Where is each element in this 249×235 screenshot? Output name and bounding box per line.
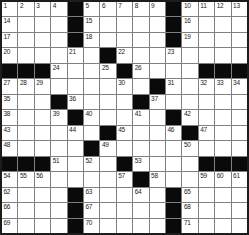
white-cell[interactable]: 41 xyxy=(133,110,148,124)
clue-number: 53 xyxy=(135,157,142,164)
white-cell[interactable] xyxy=(18,95,33,109)
white-cell[interactable] xyxy=(84,79,99,93)
white-cell[interactable] xyxy=(133,141,148,155)
white-cell[interactable] xyxy=(182,64,197,78)
white-cell[interactable] xyxy=(35,95,50,109)
clue-number: 50 xyxy=(184,141,191,148)
white-cell[interactable] xyxy=(133,17,148,31)
white-cell[interactable] xyxy=(166,64,181,78)
white-cell[interactable]: 20 xyxy=(2,48,17,62)
clue-number: 17 xyxy=(4,33,11,40)
black-cell xyxy=(232,64,247,78)
white-cell[interactable]: 67 xyxy=(84,203,99,217)
black-cell xyxy=(35,64,50,78)
black-cell xyxy=(166,110,181,124)
white-cell[interactable]: 71 xyxy=(182,219,197,233)
black-cell xyxy=(2,157,17,171)
clue-number: 45 xyxy=(118,126,125,133)
white-cell[interactable] xyxy=(84,126,99,140)
white-cell[interactable]: 16 xyxy=(182,17,197,31)
clue-number: 63 xyxy=(85,188,92,195)
white-cell[interactable]: 38 xyxy=(2,110,17,124)
white-cell[interactable] xyxy=(232,203,247,217)
white-cell[interactable] xyxy=(232,95,247,109)
white-cell[interactable]: 58 xyxy=(150,172,165,186)
white-cell[interactable] xyxy=(51,17,66,31)
clue-number: 14 xyxy=(4,17,11,24)
white-cell[interactable] xyxy=(166,172,181,186)
white-cell[interactable]: 63 xyxy=(84,188,99,202)
white-cell[interactable] xyxy=(100,95,115,109)
white-cell[interactable]: 25 xyxy=(100,64,115,78)
white-cell[interactable] xyxy=(18,126,33,140)
black-cell xyxy=(215,157,230,171)
white-cell[interactable] xyxy=(199,188,214,202)
white-cell[interactable]: 52 xyxy=(84,157,99,171)
clue-number: 30 xyxy=(118,79,125,86)
clue-number: 19 xyxy=(184,33,191,40)
white-cell[interactable] xyxy=(100,219,115,233)
clue-number: 48 xyxy=(4,141,11,148)
white-cell[interactable] xyxy=(100,110,115,124)
white-cell[interactable]: 10 xyxy=(182,2,197,16)
clue-number: 47 xyxy=(200,126,207,133)
white-cell[interactable] xyxy=(84,95,99,109)
white-cell[interactable]: 49 xyxy=(100,141,115,155)
white-cell[interactable] xyxy=(232,48,247,62)
white-cell[interactable] xyxy=(166,157,181,171)
black-cell xyxy=(166,188,181,202)
clue-number: 28 xyxy=(20,79,27,86)
clue-number: 43 xyxy=(4,126,11,133)
clue-number: 34 xyxy=(233,79,240,86)
white-cell[interactable]: 1 xyxy=(2,2,17,16)
white-cell[interactable] xyxy=(51,79,66,93)
white-cell[interactable] xyxy=(133,48,148,62)
white-cell[interactable] xyxy=(117,188,132,202)
white-cell[interactable] xyxy=(117,141,132,155)
black-cell xyxy=(68,219,83,233)
white-cell[interactable]: 6 xyxy=(100,2,115,16)
black-cell xyxy=(2,64,17,78)
white-cell[interactable]: 62 xyxy=(2,188,17,202)
clue-number: 1 xyxy=(4,2,7,9)
clue-number: 15 xyxy=(85,17,92,24)
white-cell[interactable] xyxy=(182,95,197,109)
white-cell[interactable]: 33 xyxy=(215,79,230,93)
white-cell[interactable]: 43 xyxy=(2,126,17,140)
white-cell[interactable]: 64 xyxy=(133,188,148,202)
white-cell[interactable] xyxy=(100,17,115,31)
black-cell xyxy=(199,64,214,78)
white-cell[interactable]: 8 xyxy=(133,2,148,16)
white-cell[interactable] xyxy=(215,126,230,140)
white-cell[interactable]: 28 xyxy=(18,79,33,93)
white-cell[interactable] xyxy=(100,79,115,93)
white-cell[interactable]: 35 xyxy=(2,95,17,109)
clue-number: 44 xyxy=(69,126,76,133)
white-cell[interactable]: 59 xyxy=(199,172,214,186)
white-cell[interactable] xyxy=(35,126,50,140)
clue-number: 49 xyxy=(102,141,109,148)
white-cell[interactable] xyxy=(232,126,247,140)
white-cell[interactable] xyxy=(232,110,247,124)
clue-number: 27 xyxy=(4,79,11,86)
white-cell[interactable] xyxy=(232,219,247,233)
clue-number: 41 xyxy=(135,110,142,117)
white-cell[interactable] xyxy=(84,172,99,186)
clue-number: 4 xyxy=(53,2,56,9)
clue-number: 10 xyxy=(184,2,191,9)
clue-number: 60 xyxy=(217,172,224,179)
white-cell[interactable]: 68 xyxy=(182,203,197,217)
clue-number: 33 xyxy=(217,79,224,86)
clue-number: 46 xyxy=(167,126,174,133)
white-cell[interactable] xyxy=(215,188,230,202)
black-cell xyxy=(133,95,148,109)
white-cell[interactable] xyxy=(68,141,83,155)
white-cell[interactable] xyxy=(117,33,132,47)
white-cell[interactable]: 42 xyxy=(182,110,197,124)
black-cell xyxy=(100,126,115,140)
black-cell xyxy=(166,33,181,47)
white-cell[interactable] xyxy=(150,110,165,124)
white-cell[interactable]: 9 xyxy=(150,2,165,16)
white-cell[interactable] xyxy=(215,33,230,47)
clue-number: 26 xyxy=(135,64,142,71)
white-cell[interactable] xyxy=(51,141,66,155)
white-cell[interactable]: 31 xyxy=(166,79,181,93)
white-cell[interactable]: 34 xyxy=(232,79,247,93)
white-cell[interactable]: 21 xyxy=(68,48,83,62)
white-cell[interactable]: 36 xyxy=(68,95,83,109)
white-cell[interactable] xyxy=(166,141,181,155)
white-cell[interactable] xyxy=(18,219,33,233)
white-cell[interactable]: 32 xyxy=(199,79,214,93)
clue-number: 71 xyxy=(184,219,191,226)
white-cell[interactable]: 53 xyxy=(133,157,148,171)
white-cell[interactable] xyxy=(100,33,115,47)
black-cell xyxy=(18,64,33,78)
white-cell[interactable] xyxy=(51,172,66,186)
white-cell[interactable] xyxy=(150,17,165,31)
white-cell[interactable]: 12 xyxy=(215,2,230,16)
white-cell[interactable] xyxy=(100,172,115,186)
white-cell[interactable] xyxy=(35,188,50,202)
clue-number: 35 xyxy=(4,95,11,102)
black-cell xyxy=(166,17,181,31)
clue-number: 20 xyxy=(4,48,11,55)
black-cell xyxy=(68,203,83,217)
white-cell[interactable]: 22 xyxy=(117,48,132,62)
white-cell[interactable] xyxy=(18,48,33,62)
black-cell xyxy=(150,79,165,93)
white-cell[interactable] xyxy=(18,110,33,124)
white-cell[interactable] xyxy=(150,157,165,171)
white-cell[interactable] xyxy=(18,141,33,155)
black-cell xyxy=(133,172,148,186)
clue-number: 22 xyxy=(118,48,125,55)
white-cell[interactable]: 11 xyxy=(199,2,214,16)
black-cell xyxy=(68,2,83,16)
white-cell[interactable] xyxy=(199,203,214,217)
white-cell[interactable]: 44 xyxy=(68,126,83,140)
clue-number: 37 xyxy=(151,95,158,102)
white-cell[interactable]: 47 xyxy=(199,126,214,140)
white-cell[interactable]: 60 xyxy=(215,172,230,186)
white-cell[interactable] xyxy=(199,110,214,124)
white-cell[interactable] xyxy=(215,17,230,31)
white-cell[interactable] xyxy=(68,64,83,78)
white-cell[interactable]: 69 xyxy=(2,219,17,233)
white-cell[interactable]: 27 xyxy=(2,79,17,93)
white-cell[interactable]: 18 xyxy=(84,33,99,47)
white-cell[interactable] xyxy=(100,203,115,217)
white-cell[interactable]: 30 xyxy=(117,79,132,93)
black-cell xyxy=(68,188,83,202)
white-cell[interactable] xyxy=(232,188,247,202)
clue-number: 11 xyxy=(200,2,206,9)
black-cell xyxy=(232,157,247,171)
clue-number: 18 xyxy=(85,33,92,40)
white-cell[interactable] xyxy=(232,141,247,155)
white-cell[interactable] xyxy=(35,48,50,62)
white-cell[interactable] xyxy=(35,17,50,31)
white-cell[interactable]: 14 xyxy=(2,17,17,31)
white-cell[interactable] xyxy=(51,33,66,47)
black-cell xyxy=(199,157,214,171)
crossword-grid: 1234567891011121314151617181920212223242… xyxy=(0,0,249,235)
white-cell[interactable] xyxy=(18,33,33,47)
white-cell[interactable]: 24 xyxy=(51,64,66,78)
clue-number: 32 xyxy=(200,79,207,86)
white-cell[interactable]: 40 xyxy=(84,110,99,124)
clue-number: 21 xyxy=(69,48,76,55)
white-cell[interactable] xyxy=(215,141,230,155)
white-cell[interactable]: 29 xyxy=(35,79,50,93)
clue-number: 24 xyxy=(53,64,60,71)
white-cell[interactable] xyxy=(35,141,50,155)
clue-number: 2 xyxy=(20,2,23,9)
white-cell[interactable] xyxy=(51,188,66,202)
white-cell[interactable] xyxy=(215,203,230,217)
white-cell[interactable] xyxy=(68,172,83,186)
white-cell[interactable]: 39 xyxy=(51,110,66,124)
white-cell[interactable] xyxy=(133,126,148,140)
white-cell[interactable] xyxy=(35,219,50,233)
white-cell[interactable] xyxy=(199,17,214,31)
clue-number: 52 xyxy=(85,157,92,164)
white-cell[interactable] xyxy=(199,33,214,47)
clue-number: 51 xyxy=(53,157,60,164)
clue-number: 58 xyxy=(151,172,158,179)
white-cell[interactable] xyxy=(51,48,66,62)
white-cell[interactable]: 15 xyxy=(84,17,99,31)
black-cell xyxy=(182,126,197,140)
black-cell xyxy=(215,64,230,78)
white-cell[interactable] xyxy=(232,33,247,47)
white-cell[interactable] xyxy=(100,157,115,171)
clue-number: 57 xyxy=(118,172,125,179)
white-cell[interactable]: 54 xyxy=(2,172,17,186)
black-cell xyxy=(68,17,83,31)
black-cell xyxy=(51,95,66,109)
white-cell[interactable] xyxy=(150,219,165,233)
white-cell[interactable]: 23 xyxy=(166,48,181,62)
clue-number: 66 xyxy=(4,203,11,210)
white-cell[interactable] xyxy=(18,188,33,202)
white-cell[interactable] xyxy=(150,48,165,62)
clue-number: 9 xyxy=(151,2,154,9)
white-cell[interactable] xyxy=(182,157,197,171)
white-cell[interactable] xyxy=(166,95,181,109)
white-cell[interactable] xyxy=(133,203,148,217)
white-cell[interactable] xyxy=(199,219,214,233)
white-cell[interactable]: 19 xyxy=(182,33,197,47)
black-cell xyxy=(117,64,132,78)
white-cell[interactable]: 45 xyxy=(117,126,132,140)
white-cell[interactable] xyxy=(199,141,214,155)
white-cell[interactable]: 50 xyxy=(182,141,197,155)
white-cell[interactable] xyxy=(232,17,247,31)
white-cell[interactable]: 3 xyxy=(35,2,50,16)
white-cell[interactable] xyxy=(150,126,165,140)
clue-number: 31 xyxy=(167,79,174,86)
white-cell[interactable] xyxy=(215,110,230,124)
white-cell[interactable] xyxy=(35,33,50,47)
clue-number: 65 xyxy=(184,188,191,195)
clue-number: 40 xyxy=(85,110,92,117)
white-cell[interactable]: 26 xyxy=(133,64,148,78)
white-cell[interactable]: 48 xyxy=(2,141,17,155)
white-cell[interactable] xyxy=(18,203,33,217)
white-cell[interactable] xyxy=(182,79,197,93)
clue-number: 68 xyxy=(184,203,191,210)
black-cell xyxy=(117,157,132,171)
white-cell[interactable] xyxy=(182,48,197,62)
clue-number: 7 xyxy=(118,2,121,9)
clue-number: 69 xyxy=(4,219,11,226)
clue-number: 61 xyxy=(233,172,240,179)
black-cell xyxy=(166,2,181,16)
black-cell xyxy=(84,141,99,155)
white-cell[interactable] xyxy=(84,48,99,62)
clue-number: 67 xyxy=(85,203,92,210)
white-cell[interactable] xyxy=(84,64,99,78)
white-cell[interactable] xyxy=(117,17,132,31)
white-cell[interactable] xyxy=(150,188,165,202)
white-cell[interactable]: 57 xyxy=(117,172,132,186)
white-cell[interactable] xyxy=(68,157,83,171)
white-cell[interactable] xyxy=(215,95,230,109)
white-cell[interactable]: 17 xyxy=(2,33,17,47)
white-cell[interactable] xyxy=(35,110,50,124)
clue-number: 59 xyxy=(200,172,207,179)
white-cell[interactable]: 37 xyxy=(150,95,165,109)
white-cell[interactable]: 55 xyxy=(18,172,33,186)
white-cell[interactable]: 51 xyxy=(51,157,66,171)
white-cell[interactable] xyxy=(150,64,165,78)
clue-number: 36 xyxy=(69,95,76,102)
white-cell[interactable] xyxy=(117,110,132,124)
white-cell[interactable] xyxy=(199,95,214,109)
clue-number: 29 xyxy=(36,79,43,86)
clue-number: 70 xyxy=(85,219,92,226)
clue-number: 54 xyxy=(4,172,11,179)
white-cell[interactable] xyxy=(150,203,165,217)
clue-number: 5 xyxy=(85,2,88,9)
black-cell xyxy=(35,157,50,171)
white-cell[interactable] xyxy=(51,203,66,217)
black-cell xyxy=(18,157,33,171)
clue-number: 8 xyxy=(135,2,138,9)
white-cell[interactable] xyxy=(117,219,132,233)
white-cell[interactable]: 66 xyxy=(2,203,17,217)
clue-number: 3 xyxy=(36,2,39,9)
white-cell[interactable]: 56 xyxy=(35,172,50,186)
clue-number: 55 xyxy=(20,172,27,179)
white-cell[interactable] xyxy=(133,79,148,93)
white-cell[interactable] xyxy=(117,203,132,217)
clue-number: 42 xyxy=(184,110,191,117)
clue-number: 23 xyxy=(167,48,174,55)
white-cell[interactable]: 7 xyxy=(117,2,132,16)
white-cell[interactable] xyxy=(51,126,66,140)
clue-number: 13 xyxy=(233,2,240,9)
white-cell[interactable]: 13 xyxy=(232,2,247,16)
clue-number: 38 xyxy=(4,110,11,117)
white-cell[interactable] xyxy=(35,203,50,217)
clue-number: 64 xyxy=(135,188,142,195)
white-cell[interactable] xyxy=(150,141,165,155)
white-cell[interactable]: 70 xyxy=(84,219,99,233)
clue-number: 25 xyxy=(102,64,109,71)
black-cell xyxy=(100,48,115,62)
black-cell xyxy=(68,33,83,47)
white-cell[interactable]: 5 xyxy=(84,2,99,16)
white-cell[interactable] xyxy=(215,219,230,233)
clue-number: 6 xyxy=(102,2,105,9)
black-cell xyxy=(166,219,181,233)
white-cell[interactable] xyxy=(215,48,230,62)
white-cell[interactable] xyxy=(133,219,148,233)
white-cell[interactable]: 65 xyxy=(182,188,197,202)
clue-number: 16 xyxy=(184,17,191,24)
black-cell xyxy=(166,203,181,217)
white-cell[interactable] xyxy=(150,33,165,47)
white-cell[interactable] xyxy=(18,17,33,31)
clue-number: 12 xyxy=(217,2,224,9)
white-cell[interactable] xyxy=(117,95,132,109)
white-cell[interactable] xyxy=(100,188,115,202)
white-cell[interactable] xyxy=(68,79,83,93)
white-cell[interactable]: 4 xyxy=(51,2,66,16)
white-cell[interactable]: 61 xyxy=(232,172,247,186)
clue-number: 56 xyxy=(36,172,43,179)
white-cell[interactable]: 2 xyxy=(18,2,33,16)
white-cell[interactable] xyxy=(51,219,66,233)
white-cell[interactable] xyxy=(182,172,197,186)
white-cell[interactable] xyxy=(199,48,214,62)
white-cell[interactable] xyxy=(133,33,148,47)
white-cell[interactable]: 46 xyxy=(166,126,181,140)
black-cell xyxy=(68,110,83,124)
clue-number: 39 xyxy=(53,110,60,117)
clue-number: 62 xyxy=(4,188,11,195)
